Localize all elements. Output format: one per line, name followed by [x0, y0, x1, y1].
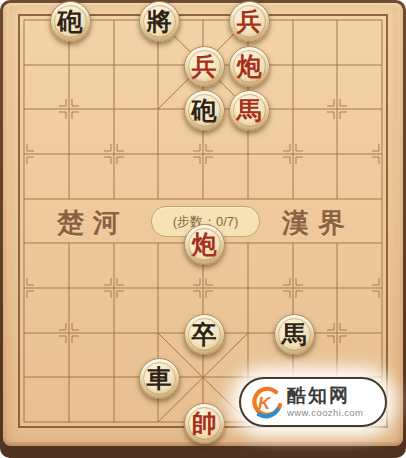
watermark-site-name: 酷知网 — [287, 386, 350, 405]
xiangqi-game-screen: 楚河 漢界 (步数：0/7) 砲將兵兵炮砲馬炮卒馬車帥 K 酷知网 www.co… — [0, 0, 406, 458]
watermark: K 酷知网 www.coozhi.com — [239, 377, 387, 427]
piece-red-soldier[interactable]: 兵 — [229, 1, 270, 42]
piece-red-general[interactable]: 帥 — [184, 403, 225, 444]
piece-red-horse[interactable]: 馬 — [229, 90, 270, 131]
piece-red-cannon[interactable]: 炮 — [229, 46, 270, 87]
piece-red-soldier[interactable]: 兵 — [184, 46, 225, 87]
piece-black-general[interactable]: 將 — [139, 1, 180, 42]
piece-black-cannon[interactable]: 砲 — [184, 90, 225, 131]
piece-black-horse[interactable]: 馬 — [274, 314, 315, 355]
piece-black-cannon[interactable]: 砲 — [50, 1, 91, 42]
piece-black-chariot[interactable]: 車 — [139, 358, 180, 399]
piece-black-soldier[interactable]: 卒 — [184, 314, 225, 355]
svg-text:K: K — [258, 394, 272, 413]
coozhi-logo-icon: K — [248, 385, 282, 419]
piece-red-cannon[interactable]: 炮 — [184, 224, 225, 265]
watermark-site-url: www.coozhi.com — [287, 408, 363, 418]
